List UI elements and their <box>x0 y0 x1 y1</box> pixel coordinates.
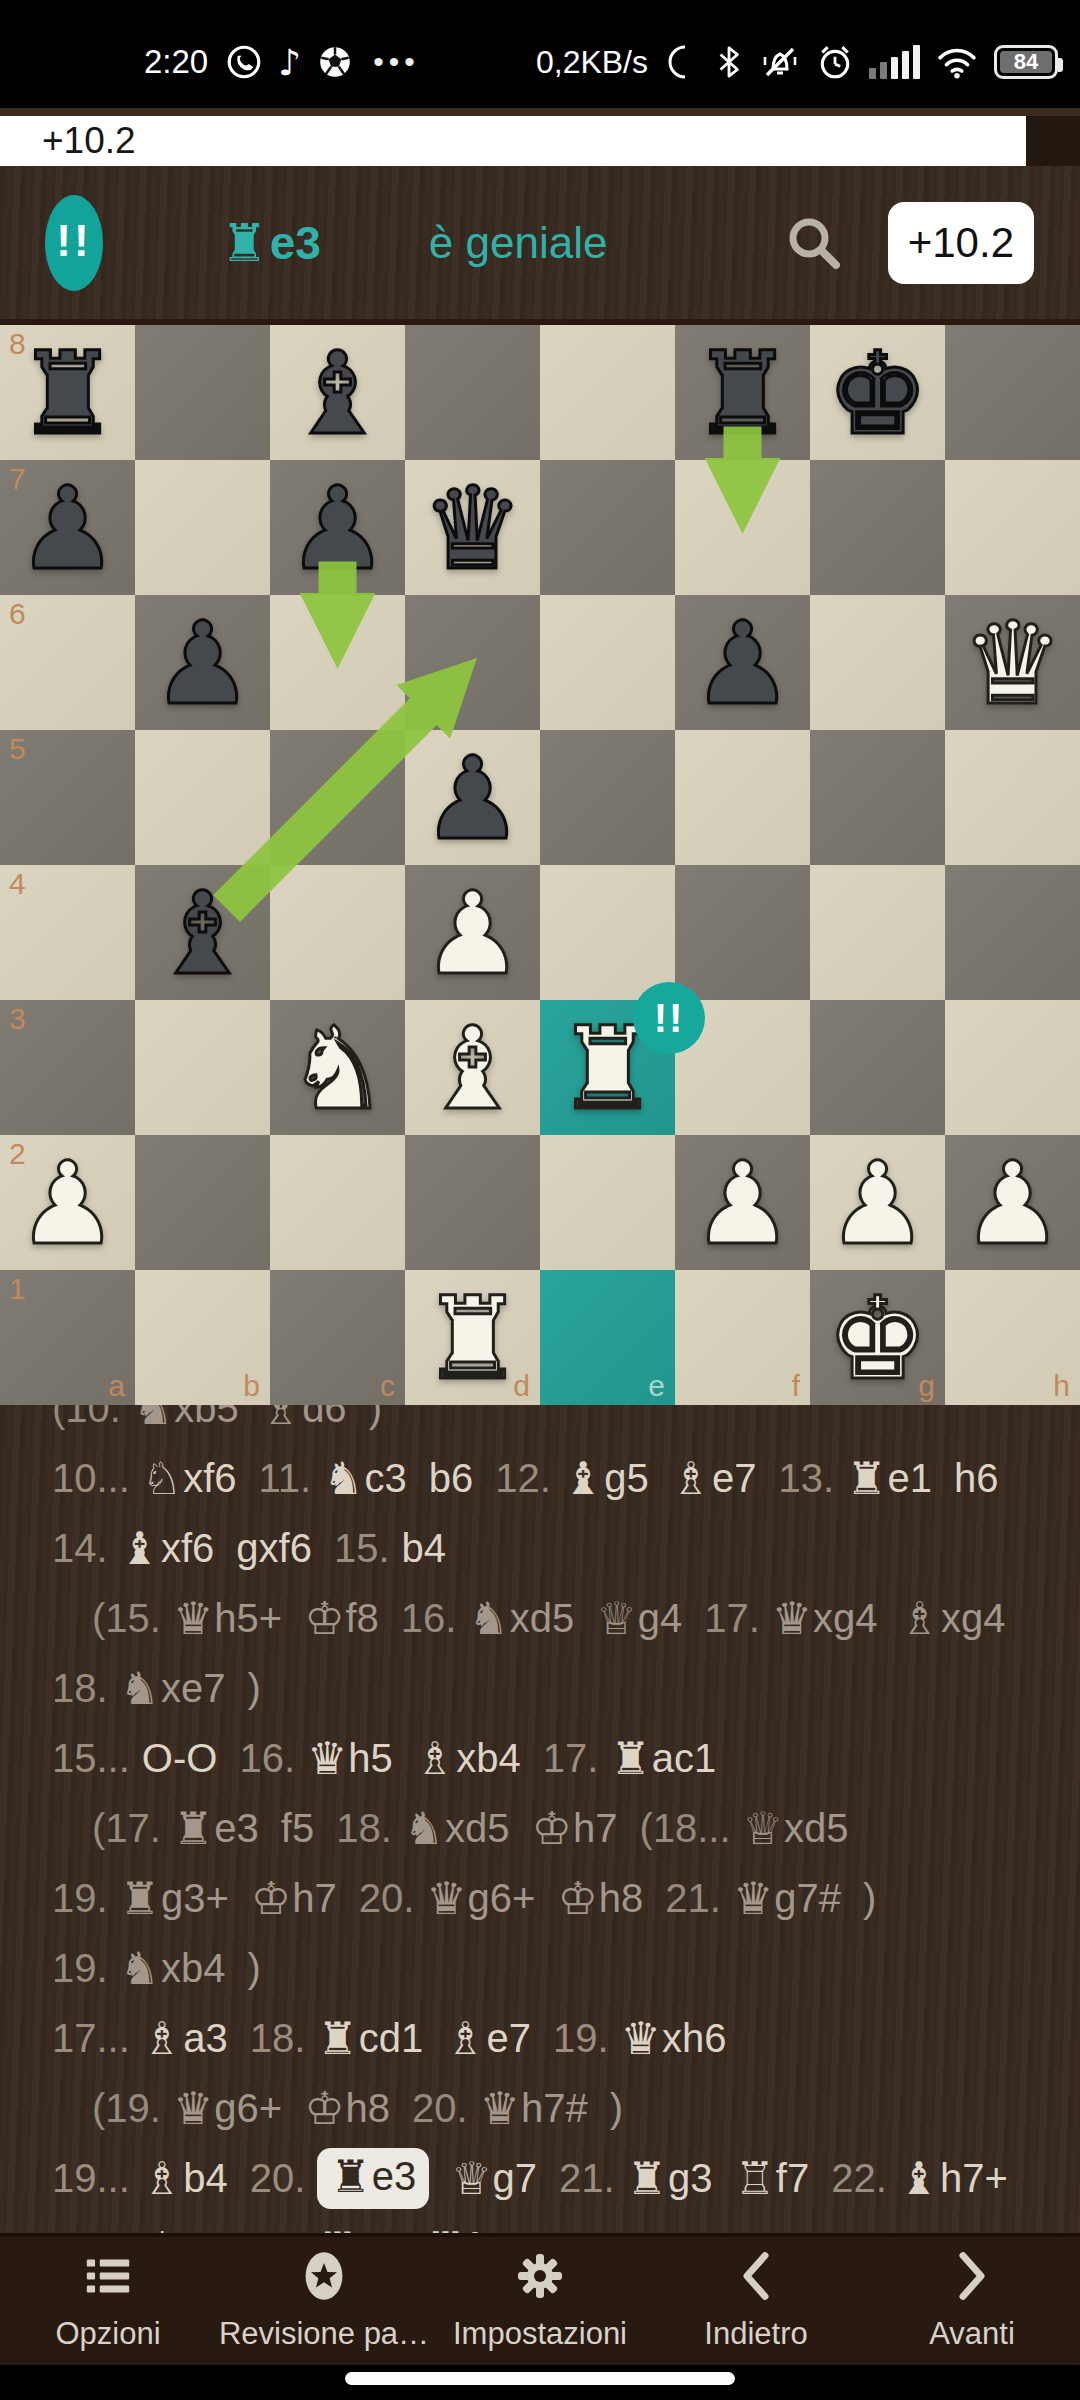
rank-label-4: 4 <box>9 867 26 901</box>
square-a6[interactable]: 6 <box>0 595 135 730</box>
square-d7[interactable]: ♛ <box>405 460 540 595</box>
move-token[interactable]: ♔g8 <box>142 2222 228 2236</box>
square-c6[interactable] <box>270 595 405 730</box>
move-number: 17. <box>543 1736 599 1781</box>
square-h6[interactable]: ♛ <box>945 595 1080 730</box>
move-token[interactable]: ♛h7# <box>480 2082 588 2135</box>
move-number: 10... <box>52 1456 130 1501</box>
square-c1[interactable]: c <box>270 1270 405 1405</box>
white-knight-c3: ♞ <box>270 1000 405 1135</box>
move-token[interactable]: ♞c3 <box>323 1452 407 1505</box>
square-e6[interactable] <box>540 595 675 730</box>
move-line-9: 17...♗a318.♜cd1♗e719.♛xh6 <box>52 2003 1080 2073</box>
square-h4[interactable] <box>945 865 1080 1000</box>
black-pawn-b6: ♟ <box>135 595 270 730</box>
move-token[interactable]: h6 <box>954 1456 999 1501</box>
white-queen-h6: ♛ <box>945 595 1080 730</box>
move-token[interactable]: ) <box>247 1666 260 1711</box>
move-token[interactable]: ♛g6+ <box>173 2082 282 2135</box>
square-h1[interactable]: h <box>945 1270 1080 1405</box>
figurine: ♜ <box>120 1872 160 1925</box>
figurine: ♔ <box>142 2222 182 2236</box>
move-line-4: 18.♞xe7) <box>52 1653 1080 1723</box>
eval-bar-strip: +10.2 <box>0 108 1080 166</box>
square-g1[interactable]: g♚ <box>810 1270 945 1405</box>
square-c3[interactable]: ♞ <box>270 1000 405 1135</box>
move-token[interactable]: ♘xf6 <box>142 1452 237 1505</box>
move-number: 13. <box>779 1456 835 1501</box>
brilliant-move-badge-text: !! <box>56 216 91 270</box>
square-e1[interactable]: e <box>540 1270 675 1405</box>
move-token[interactable]: ♖f7 <box>734 2152 809 2205</box>
nav-label: Indietro <box>704 2316 807 2352</box>
move-token[interactable]: ♜e1 <box>846 1452 932 1505</box>
square-g7[interactable] <box>810 460 945 595</box>
square-e2[interactable] <box>540 1135 675 1270</box>
move-number: 20. <box>412 2086 468 2131</box>
move-token[interactable]: b4 <box>402 1526 447 1571</box>
figurine: ♜ <box>317 2222 357 2236</box>
move-token[interactable]: ♗d6 <box>261 1405 347 1435</box>
figurine: ♘ <box>142 1452 182 1505</box>
square-h8[interactable] <box>945 325 1080 460</box>
move-line-2: 14.♝xf6gxf615.b4 <box>52 1513 1080 1583</box>
move-number: 20. <box>250 2156 306 2201</box>
square-d5[interactable]: ♟ <box>405 730 540 865</box>
square-a3[interactable]: 3 <box>0 1000 135 1135</box>
figurine: ♜ <box>317 2012 357 2065</box>
figurine: ♖ <box>734 2152 774 2205</box>
square-d8[interactable] <box>405 325 540 460</box>
black-rook-f8: ♜ <box>675 325 810 460</box>
white-pawn-h2: ♟ <box>945 1135 1080 1270</box>
move-number: 15. <box>334 1526 390 1571</box>
move-number: (17. <box>92 1806 161 1851</box>
square-b6[interactable]: ♟ <box>135 595 270 730</box>
figurine: ♛ <box>173 2082 213 2135</box>
move-token[interactable]: ♞xe7 <box>120 1662 226 1715</box>
move-number: 17. <box>704 1596 760 1641</box>
square-h5[interactable] <box>945 730 1080 865</box>
move-token[interactable]: ♜g3 <box>317 2222 403 2236</box>
current-move-chip[interactable]: ♜e3 <box>317 2148 429 2209</box>
move-line-0: (10.♞xb5♗d6) <box>52 1405 1080 1443</box>
square-c8[interactable]: ♝ <box>270 325 405 460</box>
move-number: 22. <box>831 2156 887 2201</box>
figurine: ♔ <box>251 1872 291 1925</box>
move-token[interactable]: ♛xg4 <box>772 1592 878 1645</box>
figurine: ♞ <box>468 1592 508 1645</box>
clock: 2:20 <box>144 43 208 81</box>
nav-label: Avanti <box>929 2316 1015 2352</box>
figurine: ♝ <box>563 1452 603 1505</box>
figurine: ♗ <box>671 1452 711 1505</box>
figurine: ♛ <box>733 1872 773 1925</box>
move-line-8: 19.♞xb4) <box>52 1933 1080 2003</box>
square-e8[interactable] <box>540 325 675 460</box>
move-token[interactable]: ♔h8 <box>557 1872 643 1925</box>
move-number: 19. <box>52 1946 108 1991</box>
move-number: 20. <box>359 1876 415 1921</box>
move-token[interactable]: ♗xb4 <box>415 1732 521 1785</box>
file-label-g: g <box>918 1369 935 1403</box>
bottom-navbar: OpzioniRevisione pa…ImpostazioniIndietro… <box>0 2235 1080 2365</box>
move-number: (10. <box>52 1405 121 1431</box>
file-label-d: d <box>513 1369 530 1403</box>
figurine: ♕ <box>743 1802 783 1855</box>
move-token[interactable]: ♜ac1 <box>610 1732 716 1785</box>
black-bishop-b4: ♝ <box>135 865 270 1000</box>
move-token[interactable]: ) <box>863 1876 876 1921</box>
move-token[interactable]: gxf6 <box>236 1526 312 1571</box>
figurine: ♛ <box>772 1592 812 1645</box>
chevron-right-icon <box>955 2250 989 2302</box>
figurine: ♜ <box>846 1452 886 1505</box>
search-icon[interactable] <box>782 211 846 275</box>
current-move-label: ♜e3 <box>221 213 321 273</box>
rank-label-8: 8 <box>9 327 26 361</box>
square-a7[interactable]: 7♟ <box>0 460 135 595</box>
square-g4[interactable] <box>810 865 945 1000</box>
square-d6[interactable] <box>405 595 540 730</box>
network-speed: 0,2KB/s <box>536 44 648 81</box>
figurine: ♞ <box>323 1452 363 1505</box>
bluetooth-icon <box>714 42 744 82</box>
figurine: ♛ <box>480 2082 520 2135</box>
move-token[interactable]: ♔h8 <box>304 2082 390 2135</box>
move-line-11: 19...♗b420.♜e3♕g721.♜g3♖f722.♝h7+ <box>52 2143 1080 2213</box>
move-number: 15... <box>52 1736 130 1781</box>
square-g3[interactable] <box>810 1000 945 1135</box>
figurine: ♖ <box>425 2222 465 2236</box>
figurine: ♝ <box>120 1522 160 1575</box>
square-e5[interactable] <box>540 730 675 865</box>
square-f2[interactable]: ♟ <box>675 1135 810 1270</box>
figurine: ♛ <box>173 1592 213 1645</box>
move-list: (10.♞xb5♗d6)10...♘xf611.♞c3b612.♝g5♗e713… <box>0 1405 1080 2235</box>
wifi-icon <box>935 42 979 82</box>
figurine: ♞ <box>120 1942 160 1995</box>
move-token[interactable]: ♗e7 <box>445 2012 531 2065</box>
square-f8[interactable]: ♜ <box>675 325 810 460</box>
whatsapp-icon <box>225 42 263 82</box>
figurine: ♔ <box>532 1802 572 1855</box>
move-token[interactable]: ♜cd1 <box>317 2012 423 2065</box>
square-b7[interactable] <box>135 460 270 595</box>
figurine: ♗ <box>261 1405 301 1435</box>
star-icon <box>302 2250 346 2302</box>
brilliant-square-badge: !! <box>633 982 705 1054</box>
move-line-7: 19.♜g3+♔h720.♛g6+♔h821.♛g7#) <box>52 1863 1080 1933</box>
move-number: 22... <box>52 2226 130 2236</box>
notification-overflow-dots: ••• <box>373 45 420 79</box>
square-b2[interactable] <box>135 1135 270 1270</box>
figurine: ♗ <box>142 2152 182 2205</box>
nav-impostazioni[interactable]: Impostazioni <box>432 2237 648 2365</box>
nav-avanti[interactable]: Avanti <box>864 2237 1080 2365</box>
move-number: 14. <box>52 1526 108 1571</box>
square-a4[interactable]: 4 <box>0 865 135 1000</box>
figurine: ♗ <box>900 1592 940 1645</box>
black-pawn-d5: ♟ <box>405 730 540 865</box>
figurine: ♔ <box>304 2082 344 2135</box>
square-e7[interactable] <box>540 460 675 595</box>
move-number: 16. <box>401 1596 457 1641</box>
square-c7[interactable]: ♟ <box>270 460 405 595</box>
figurine: ♞ <box>133 1405 173 1435</box>
file-label-e: e <box>648 1369 665 1403</box>
square-a8[interactable]: 8♜ <box>0 325 135 460</box>
rook-figurine: ♜ <box>221 213 268 273</box>
file-label-a: a <box>108 1369 125 1403</box>
square-b8[interactable] <box>135 325 270 460</box>
rank-label-7: 7 <box>9 462 26 496</box>
rank-label-3: 3 <box>9 1002 26 1036</box>
move-line-3: (15.♛h5+♔f816.♞xd5♕g417.♛xg4♗xg4 <box>52 1583 1080 1653</box>
move-token[interactable]: ♕g7 <box>451 2152 537 2205</box>
move-token[interactable]: ♗e7 <box>671 1452 757 1505</box>
eval-bar: +10.2 <box>0 116 1080 166</box>
move-number: 21. <box>559 2156 615 2201</box>
move-number: 18. <box>250 2016 306 2061</box>
square-a1[interactable]: 1a <box>0 1270 135 1405</box>
move-token[interactable]: O-O <box>142 1736 218 1781</box>
square-b3[interactable] <box>135 1000 270 1135</box>
battery-icon: 84 <box>994 45 1058 79</box>
figurine: ♛ <box>426 1872 466 1925</box>
move-token[interactable]: ♜g3+ <box>120 1872 229 1925</box>
figurine: ♜ <box>330 2150 370 2203</box>
move-token[interactable]: ♛h5+ <box>173 1592 282 1645</box>
file-label-f: f <box>792 1369 800 1403</box>
move-line-5: 15...O-O16.♛h5♗xb417.♜ac1 <box>52 1723 1080 1793</box>
rank-label-6: 6 <box>9 597 26 631</box>
white-pawn-d4: ♟ <box>405 865 540 1000</box>
move-token[interactable]: ♝xf6 <box>120 1522 215 1575</box>
move-token[interactable]: ♗xg4 <box>900 1592 1006 1645</box>
square-f6[interactable]: ♟ <box>675 595 810 730</box>
move-number: 23. <box>250 2226 306 2236</box>
move-line-6: (17.♜e3f518.♞xd5♔h7(18...♕xd5 <box>52 1793 1080 1863</box>
figurine: ♛ <box>307 1732 347 1785</box>
tiktok-icon: ♪ <box>278 42 301 82</box>
move-token[interactable]: ) <box>610 2086 623 2131</box>
figurine: ♗ <box>415 1732 455 1785</box>
square-a2[interactable]: 2♟ <box>0 1135 135 1270</box>
figurine: ♞ <box>120 1662 160 1715</box>
move-token[interactable]: ♗a3 <box>142 2012 228 2065</box>
black-bishop-c8: ♝ <box>270 325 405 460</box>
eval-bar-white-fill: +10.2 <box>0 116 1026 166</box>
black-queen-d7: ♛ <box>405 460 540 595</box>
home-indicator[interactable] <box>345 2372 735 2385</box>
move-number: 19... <box>52 2156 130 2201</box>
file-label-h: h <box>1053 1369 1070 1403</box>
move-number: 17... <box>52 2016 130 2061</box>
figurine: ♔ <box>304 1592 344 1645</box>
nav-indietro[interactable]: Indietro <box>648 2237 864 2365</box>
soccer-icon <box>316 42 354 82</box>
move-number: 19. <box>553 2016 609 2061</box>
black-king-g8: ♚ <box>810 325 945 460</box>
move-token[interactable]: ♖f5 <box>425 2222 500 2236</box>
figurine: ♝ <box>899 2152 939 2205</box>
nav-label: Impostazioni <box>453 2316 627 2352</box>
figurine: ♗ <box>445 2012 485 2065</box>
square-g5[interactable] <box>810 730 945 865</box>
square-d4[interactable]: ♟ <box>405 865 540 1000</box>
nav-opzioni[interactable]: Opzioni <box>0 2237 216 2365</box>
chess-board: 8♜♝♜♚7♟♟♛6♟♟♛5♟4♝♟3♞♝♜2♟♟♟♟1abcd♜efg♚h !… <box>0 325 1080 1405</box>
move-token[interactable]: ♛h5 <box>307 1732 393 1785</box>
move-line-12: 22...♔g823.♜g3♖f5 <box>52 2213 1080 2235</box>
square-f5[interactable] <box>675 730 810 865</box>
move-token[interactable]: ♞xd5 <box>404 1802 510 1855</box>
eval-chip: +10.2 <box>888 202 1034 284</box>
move-token[interactable]: ♜e3 <box>173 1802 259 1855</box>
figurine: ♕ <box>596 1592 636 1645</box>
move-token[interactable]: ♝g5 <box>563 1452 649 1505</box>
move-token[interactable]: ♕g4 <box>596 1592 682 1645</box>
nav-label: Opzioni <box>55 2316 160 2352</box>
figurine: ♔ <box>557 1872 597 1925</box>
move-token[interactable]: ♕xd5 <box>743 1802 849 1855</box>
square-a5[interactable]: 5 <box>0 730 135 865</box>
figurine: ♞ <box>404 1802 444 1855</box>
move-number: (19. <box>92 2086 161 2131</box>
figurine: ♜ <box>173 1802 213 1855</box>
gear-icon <box>516 2250 564 2302</box>
move-number: 18. <box>336 1806 392 1851</box>
rank-label-2: 2 <box>9 1137 26 1171</box>
move-token[interactable]: ♛g7# <box>733 1872 841 1925</box>
move-number: 19. <box>52 1876 108 1921</box>
move-token[interactable]: ♔h7 <box>251 1872 337 1925</box>
move-token[interactable]: ♔h7 <box>532 1802 618 1855</box>
square-f7[interactable] <box>675 460 810 595</box>
figurine: ♜ <box>627 2152 667 2205</box>
move-token[interactable]: ♛xh6 <box>621 2012 727 2065</box>
alarm-icon <box>816 42 854 82</box>
signal-icon <box>869 45 920 79</box>
square-e4[interactable] <box>540 865 675 1000</box>
square-h2[interactable]: ♟ <box>945 1135 1080 1270</box>
move-token[interactable]: ♞xd5 <box>468 1592 574 1645</box>
move-token[interactable]: ♗b4 <box>142 2152 228 2205</box>
move-line-1: 10...♘xf611.♞c3b612.♝g5♗e713.♜e1h6 <box>52 1443 1080 1513</box>
move-comment: è geniale <box>429 218 608 268</box>
square-g2[interactable]: ♟ <box>810 1135 945 1270</box>
rank-label-1: 1 <box>9 1272 26 1306</box>
square-f4[interactable] <box>675 865 810 1000</box>
nav-label: Revisione pa… <box>219 2316 429 2352</box>
status-bar: 2:20 ♪ ••• 0,2KB/s 84 <box>0 0 1080 108</box>
square-g6[interactable] <box>810 595 945 730</box>
move-number: 21. <box>665 1876 721 1921</box>
move-number: 18. <box>52 1666 108 1711</box>
move-number: 16. <box>239 1736 295 1781</box>
analysis-toolbar: !! ♜e3 è geniale +10.2 <box>0 166 1080 325</box>
current-move-text: e3 <box>270 216 321 270</box>
figurine: ♜ <box>610 1732 650 1785</box>
move-token[interactable]: ♜g3 <box>627 2152 713 2205</box>
square-h3[interactable] <box>945 1000 1080 1135</box>
move-token[interactable]: ) <box>369 1405 382 1431</box>
square-h7[interactable] <box>945 460 1080 595</box>
square-b5[interactable] <box>135 730 270 865</box>
move-number: (15. <box>92 1596 161 1641</box>
move-token[interactable]: ♞xb5 <box>133 1405 239 1435</box>
square-f1[interactable]: f <box>675 1270 810 1405</box>
vibrate-off-icon <box>759 42 801 82</box>
move-token[interactable]: ♝h7+ <box>899 2152 1008 2205</box>
move-number: (18... <box>639 1806 730 1851</box>
rank-label-5: 5 <box>9 732 26 766</box>
square-g8[interactable]: ♚ <box>810 325 945 460</box>
square-b1[interactable]: b <box>135 1270 270 1405</box>
white-bishop-d3: ♝ <box>405 1000 540 1135</box>
move-token[interactable]: ♞xb4 <box>120 1942 226 1995</box>
chevron-left-icon <box>739 2250 773 2302</box>
square-d3[interactable]: ♝ <box>405 1000 540 1135</box>
move-token[interactable]: ♛g6+ <box>426 1872 535 1925</box>
list-icon <box>84 2250 132 2302</box>
black-pawn-c7: ♟ <box>270 460 405 595</box>
move-token[interactable]: ) <box>247 1946 260 1991</box>
move-number: 11. <box>259 1456 312 1501</box>
brilliant-move-badge: !! <box>45 195 103 291</box>
move-token[interactable]: b6 <box>429 1456 474 1501</box>
square-c4[interactable] <box>270 865 405 1000</box>
figurine: ♕ <box>451 2152 491 2205</box>
file-label-b: b <box>243 1369 260 1403</box>
figurine: ♗ <box>142 2012 182 2065</box>
moon-icon <box>663 42 699 82</box>
file-label-c: c <box>380 1369 395 1403</box>
figurine: ♛ <box>621 2012 661 2065</box>
gesture-strip <box>0 2365 1080 2400</box>
square-c5[interactable] <box>270 730 405 865</box>
white-pawn-f2: ♟ <box>675 1135 810 1270</box>
eval-score: +10.2 <box>0 120 136 162</box>
move-line-10: (19.♛g6+♔h820.♛h7#) <box>52 2073 1080 2143</box>
square-d1[interactable]: d♜ <box>405 1270 540 1405</box>
move-number: 12. <box>495 1456 551 1501</box>
battery-level: 84 <box>1014 49 1038 75</box>
square-d2[interactable] <box>405 1135 540 1270</box>
black-pawn-f6: ♟ <box>675 595 810 730</box>
square-c2[interactable] <box>270 1135 405 1270</box>
move-token[interactable]: f5 <box>281 1806 314 1851</box>
nav-revisione-pa-[interactable]: Revisione pa… <box>216 2237 432 2365</box>
move-token[interactable]: ♔f8 <box>304 1592 379 1645</box>
square-b4[interactable]: ♝ <box>135 865 270 1000</box>
white-pawn-g2: ♟ <box>810 1135 945 1270</box>
